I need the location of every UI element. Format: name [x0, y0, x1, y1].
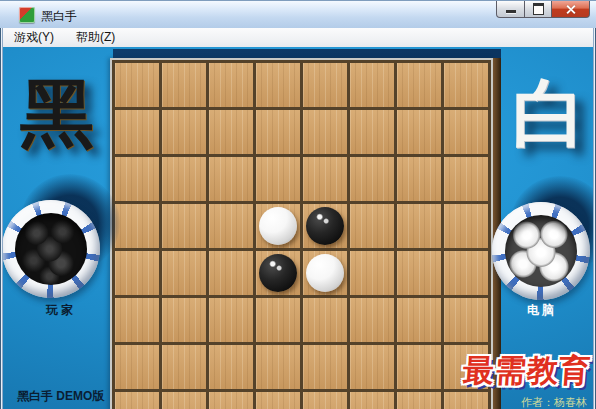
board-cell-r8c8[interactable]	[444, 392, 491, 409]
close-icon	[565, 4, 576, 15]
window-title: 黑白手	[41, 8, 77, 25]
board-cell-r2c8[interactable]	[444, 110, 491, 157]
board-cell-r8c4[interactable]	[256, 392, 303, 409]
window-controls	[496, 1, 590, 18]
board-cell-r6c2[interactable]	[162, 298, 209, 345]
board-cell-r6c8[interactable]	[444, 298, 491, 345]
minimize-icon	[506, 10, 516, 13]
close-button[interactable]	[552, 1, 590, 18]
board-cell-r2c6[interactable]	[350, 110, 397, 157]
board-cell-r4c2[interactable]	[162, 204, 209, 251]
board-cell-r8c7[interactable]	[397, 392, 444, 409]
board-cell-r2c3[interactable]	[209, 110, 256, 157]
maximize-icon	[533, 3, 544, 15]
board-cell-r6c3[interactable]	[209, 298, 256, 345]
board-cell-r3c5[interactable]	[303, 157, 350, 204]
board-cell-r2c1[interactable]	[115, 110, 162, 157]
board-cell-r8c2[interactable]	[162, 392, 209, 409]
demo-version-label: 黑白手 DEMO版	[17, 388, 104, 405]
board-cell-r6c4[interactable]	[256, 298, 303, 345]
black-stone-bowl	[3, 186, 106, 304]
board-cell-r1c5[interactable]	[303, 63, 350, 110]
board-cell-r8c3[interactable]	[209, 392, 256, 409]
board-cell-r4c6[interactable]	[350, 204, 397, 251]
othello-board	[110, 58, 493, 409]
board-cell-r4c5[interactable]	[303, 204, 350, 251]
board-cell-r4c1[interactable]	[115, 204, 162, 251]
board-cell-r3c2[interactable]	[162, 157, 209, 204]
board-grid	[112, 60, 491, 409]
board-cell-r8c1[interactable]	[115, 392, 162, 409]
bowl-inner-wrap	[492, 202, 590, 300]
board-cell-r5c4[interactable]	[256, 251, 303, 298]
title-bar[interactable]: 黑白手	[0, 0, 596, 30]
board-cell-r1c7[interactable]	[397, 63, 444, 110]
board-cell-r3c4[interactable]	[256, 157, 303, 204]
board-top-shadow	[113, 49, 501, 58]
board-cell-r8c5[interactable]	[303, 392, 350, 409]
board-cell-r7c7[interactable]	[397, 345, 444, 392]
board-cell-r8c6[interactable]	[350, 392, 397, 409]
board-cell-r3c6[interactable]	[350, 157, 397, 204]
black-piece	[259, 254, 297, 292]
white-stone-bowl	[492, 188, 593, 306]
white-piece	[306, 254, 344, 292]
board-cell-r5c8[interactable]	[444, 251, 491, 298]
board-cell-r4c7[interactable]	[397, 204, 444, 251]
board-cell-r5c2[interactable]	[162, 251, 209, 298]
board-cell-r2c7[interactable]	[397, 110, 444, 157]
menu-help[interactable]: 帮助(Z)	[73, 28, 118, 47]
board-cell-r6c7[interactable]	[397, 298, 444, 345]
board-cell-r5c6[interactable]	[350, 251, 397, 298]
board-cell-r7c2[interactable]	[162, 345, 209, 392]
white-piece	[259, 207, 297, 245]
board-cell-r7c4[interactable]	[256, 345, 303, 392]
board-cell-r6c5[interactable]	[303, 298, 350, 345]
bowl-inner-wrap	[3, 200, 100, 298]
black-piece	[306, 207, 344, 245]
board-cell-r2c2[interactable]	[162, 110, 209, 157]
board-cell-r1c8[interactable]	[444, 63, 491, 110]
board-cell-r3c7[interactable]	[397, 157, 444, 204]
board-cell-r1c1[interactable]	[115, 63, 162, 110]
board-cell-r5c7[interactable]	[397, 251, 444, 298]
board-cell-r6c6[interactable]	[350, 298, 397, 345]
board-cell-r7c5[interactable]	[303, 345, 350, 392]
board-cell-r1c4[interactable]	[256, 63, 303, 110]
window-border-left	[0, 28, 3, 409]
board-cell-r7c6[interactable]	[350, 345, 397, 392]
board-cell-r5c3[interactable]	[209, 251, 256, 298]
maximize-button[interactable]	[525, 1, 552, 18]
author-credit: 作者：杨春林	[521, 395, 587, 409]
minimize-button[interactable]	[496, 1, 525, 18]
board-cell-r3c8[interactable]	[444, 157, 491, 204]
board-cell-r2c5[interactable]	[303, 110, 350, 157]
black-calligraphy: 黑	[20, 76, 94, 150]
black-stones	[15, 213, 87, 285]
computer-label: 电脑	[527, 302, 557, 319]
player-label: 玩家	[46, 302, 76, 319]
board-cell-r7c1[interactable]	[115, 345, 162, 392]
menu-bar: 游戏(Y) 帮助(Z)	[3, 28, 593, 47]
app-window: 黑白手 游戏(Y) 帮助(Z) 黑	[0, 0, 596, 409]
board-cell-r4c4[interactable]	[256, 204, 303, 251]
board-cell-r6c1[interactable]	[115, 298, 162, 345]
game-area: 黑 玩家 白 电脑 黑白手 DEMO版 最需教育 作者：杨春林	[3, 47, 593, 409]
app-icon	[19, 7, 35, 23]
board-cell-r2c4[interactable]	[256, 110, 303, 157]
menu-game[interactable]: 游戏(Y)	[11, 28, 57, 47]
board-cell-r1c2[interactable]	[162, 63, 209, 110]
board-cell-r4c3[interactable]	[209, 204, 256, 251]
board-cell-r3c1[interactable]	[115, 157, 162, 204]
watermark-text: 最需教育	[462, 350, 593, 392]
board-cell-r1c6[interactable]	[350, 63, 397, 110]
board-cell-r5c5[interactable]	[303, 251, 350, 298]
white-stones	[505, 215, 577, 287]
board-cell-r1c3[interactable]	[209, 63, 256, 110]
board-cell-r7c3[interactable]	[209, 345, 256, 392]
board-cell-r3c3[interactable]	[209, 157, 256, 204]
white-calligraphy: 白	[512, 76, 586, 150]
board-cell-r4c8[interactable]	[444, 204, 491, 251]
board-cell-r5c1[interactable]	[115, 251, 162, 298]
